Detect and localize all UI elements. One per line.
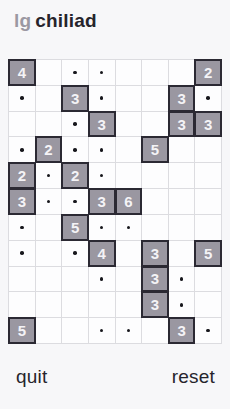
cell-r1c8[interactable]: 2 — [195, 60, 221, 85]
cell-r2c4[interactable] — [89, 86, 115, 111]
cell-r1c2[interactable] — [36, 60, 62, 85]
cell-r8c7[interactable] — [169, 241, 195, 266]
cell-r7c8[interactable] — [195, 215, 221, 240]
cell-r2c8[interactable] — [195, 86, 221, 111]
cell-r11c1[interactable]: 5 — [9, 318, 35, 343]
cell-r3c1[interactable] — [9, 112, 35, 137]
clue-number: 5 — [204, 245, 212, 262]
clue-number: 3 — [204, 116, 212, 133]
cell-r9c8[interactable] — [195, 267, 221, 292]
cell-r10c6[interactable]: 3 — [142, 292, 168, 317]
clue-number: 5 — [18, 322, 26, 339]
cell-r1c6[interactable] — [142, 60, 168, 85]
cell-r10c3[interactable] — [62, 292, 88, 317]
cell-r5c1[interactable]: 2 — [9, 163, 35, 188]
cell-r11c8[interactable] — [195, 318, 221, 343]
cell-r3c6[interactable] — [142, 112, 168, 137]
cell-r1c4[interactable] — [89, 60, 115, 85]
cell-r9c7[interactable] — [169, 267, 195, 292]
clue-number: 5 — [71, 219, 79, 236]
cell-r8c5[interactable] — [116, 241, 142, 266]
cell-r5c6[interactable] — [142, 163, 168, 188]
cell-r3c4[interactable]: 3 — [89, 112, 115, 137]
cell-r6c2[interactable] — [36, 189, 62, 214]
app-logo: lg — [14, 10, 31, 31]
cell-r1c1[interactable]: 4 — [9, 60, 35, 85]
cell-r5c2[interactable] — [36, 163, 62, 188]
cell-r5c5[interactable] — [116, 163, 142, 188]
clue-number: 3 — [177, 90, 185, 107]
page-title: chiliad — [35, 10, 97, 31]
cell-r5c7[interactable] — [169, 163, 195, 188]
cell-r4c5[interactable] — [116, 137, 142, 162]
cell-r9c6[interactable]: 3 — [142, 267, 168, 292]
clue-number: 3 — [151, 270, 159, 287]
cell-r2c2[interactable] — [36, 86, 62, 111]
app-window: lgchiliad 4233333252233654353353 quit re… — [0, 0, 230, 409]
cell-r6c4[interactable]: 3 — [89, 189, 115, 214]
cell-r9c3[interactable] — [62, 267, 88, 292]
cell-r7c7[interactable] — [169, 215, 195, 240]
cell-r7c2[interactable] — [36, 215, 62, 240]
cell-r9c2[interactable] — [36, 267, 62, 292]
clue-number: 2 — [204, 64, 212, 81]
clue-number: 6 — [124, 193, 132, 210]
footer: quit reset — [0, 366, 230, 388]
cell-r6c7[interactable] — [169, 189, 195, 214]
cell-r8c8[interactable]: 5 — [195, 241, 221, 266]
cell-r3c8[interactable]: 3 — [195, 112, 221, 137]
cell-r3c3[interactable] — [62, 112, 88, 137]
cell-r11c7[interactable]: 3 — [169, 318, 195, 343]
cell-r6c6[interactable] — [142, 189, 168, 214]
cell-r8c6[interactable]: 3 — [142, 241, 168, 266]
cell-r4c4[interactable] — [89, 137, 115, 162]
cell-r7c6[interactable] — [142, 215, 168, 240]
clue-number: 3 — [177, 116, 185, 133]
puzzle-grid: 4233333252233654353353 — [8, 59, 222, 344]
cell-r4c2[interactable]: 2 — [36, 137, 62, 162]
clue-number: 3 — [98, 116, 106, 133]
cell-r3c2[interactable] — [36, 112, 62, 137]
cell-r4c1[interactable] — [9, 137, 35, 162]
clue-number: 5 — [151, 141, 159, 158]
cell-r2c3[interactable]: 3 — [62, 86, 88, 111]
cell-r5c4[interactable] — [89, 163, 115, 188]
cell-r11c2[interactable] — [36, 318, 62, 343]
cell-r11c4[interactable] — [89, 318, 115, 343]
cell-r2c7[interactable]: 3 — [169, 86, 195, 111]
cell-r7c4[interactable] — [89, 215, 115, 240]
cell-r6c5[interactable]: 6 — [116, 189, 142, 214]
quit-button[interactable]: quit — [16, 366, 47, 388]
reset-button[interactable]: reset — [172, 366, 215, 388]
cell-r9c5[interactable] — [116, 267, 142, 292]
cell-r11c5[interactable] — [116, 318, 142, 343]
cell-r1c3[interactable] — [62, 60, 88, 85]
cell-r4c8[interactable] — [195, 137, 221, 162]
cell-r7c3[interactable]: 5 — [62, 215, 88, 240]
cell-r4c6[interactable]: 5 — [142, 137, 168, 162]
clue-number: 3 — [98, 193, 106, 210]
cell-r5c3[interactable]: 2 — [62, 163, 88, 188]
cell-r11c6[interactable] — [142, 318, 168, 343]
cell-r3c7[interactable]: 3 — [169, 112, 195, 137]
cell-r1c5[interactable] — [116, 60, 142, 85]
cell-r8c3[interactable] — [62, 241, 88, 266]
cell-r11c3[interactable] — [62, 318, 88, 343]
cell-r7c5[interactable] — [116, 215, 142, 240]
cell-r4c3[interactable] — [62, 137, 88, 162]
clue-number: 2 — [44, 141, 52, 158]
cell-r5c8[interactable] — [195, 163, 221, 188]
cell-r10c2[interactable] — [36, 292, 62, 317]
cell-r6c1[interactable]: 3 — [9, 189, 35, 214]
cell-r10c5[interactable] — [116, 292, 142, 317]
clue-number: 3 — [177, 322, 185, 339]
clue-number: 3 — [151, 296, 159, 313]
clue-number: 2 — [71, 167, 79, 184]
cell-r8c2[interactable] — [36, 241, 62, 266]
cell-r2c1[interactable] — [9, 86, 35, 111]
cell-r10c1[interactable] — [9, 292, 35, 317]
cell-r10c4[interactable] — [89, 292, 115, 317]
clue-number: 3 — [151, 245, 159, 262]
cell-r6c8[interactable] — [195, 189, 221, 214]
header: lgchiliad — [14, 10, 97, 32]
cell-r2c5[interactable] — [116, 86, 142, 111]
clue-number: 3 — [71, 90, 79, 107]
clue-number: 4 — [98, 245, 106, 262]
clue-number: 3 — [18, 193, 26, 210]
cell-r2c6[interactable] — [142, 86, 168, 111]
cell-r3c5[interactable] — [116, 112, 142, 137]
clue-number: 2 — [18, 167, 26, 184]
clue-number: 4 — [18, 64, 26, 81]
cell-r9c4[interactable] — [89, 267, 115, 292]
cell-r8c1[interactable] — [9, 241, 35, 266]
cell-r10c7[interactable] — [169, 292, 195, 317]
cell-r4c7[interactable] — [169, 137, 195, 162]
cell-r1c7[interactable] — [169, 60, 195, 85]
cell-r9c1[interactable] — [9, 267, 35, 292]
cell-r6c3[interactable] — [62, 189, 88, 214]
cell-r7c1[interactable] — [9, 215, 35, 240]
cell-r10c8[interactable] — [195, 292, 221, 317]
cell-r8c4[interactable]: 4 — [89, 241, 115, 266]
